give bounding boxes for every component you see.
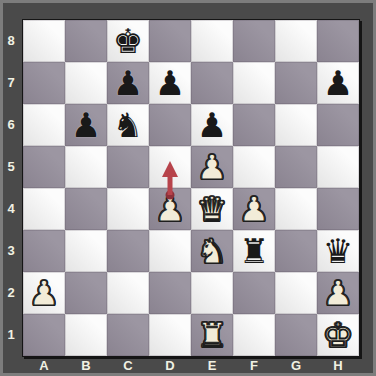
square-h7[interactable]: ♟ xyxy=(317,62,359,104)
square-f6[interactable] xyxy=(233,104,275,146)
square-c4[interactable] xyxy=(107,188,149,230)
piece-white-king[interactable]: ♚ xyxy=(323,318,353,352)
square-a7[interactable] xyxy=(23,62,65,104)
rank-label-5: 5 xyxy=(2,145,20,187)
square-e7[interactable] xyxy=(191,62,233,104)
square-d1[interactable] xyxy=(149,314,191,356)
file-label-h: H xyxy=(317,357,359,373)
rank-label-7: 7 xyxy=(2,61,20,103)
square-a6[interactable] xyxy=(23,104,65,146)
square-a8[interactable] xyxy=(23,20,65,62)
square-g6[interactable] xyxy=(275,104,317,146)
square-a4[interactable] xyxy=(23,188,65,230)
square-b8[interactable] xyxy=(65,20,107,62)
square-h1[interactable]: ♚ xyxy=(317,314,359,356)
square-f2[interactable] xyxy=(233,272,275,314)
piece-white-pawn[interactable]: ♟ xyxy=(239,192,269,226)
piece-white-queen[interactable]: ♛ xyxy=(197,192,227,226)
file-label-d: D xyxy=(149,357,191,373)
square-g4[interactable] xyxy=(275,188,317,230)
square-f5[interactable] xyxy=(233,146,275,188)
square-d6[interactable] xyxy=(149,104,191,146)
square-b2[interactable] xyxy=(65,272,107,314)
square-f3[interactable]: ♜ xyxy=(233,230,275,272)
square-a5[interactable] xyxy=(23,146,65,188)
square-h8[interactable] xyxy=(317,20,359,62)
square-f8[interactable] xyxy=(233,20,275,62)
square-a1[interactable] xyxy=(23,314,65,356)
square-c5[interactable] xyxy=(107,146,149,188)
square-a2[interactable]: ♟ xyxy=(23,272,65,314)
square-b6[interactable]: ♟ xyxy=(65,104,107,146)
square-e2[interactable] xyxy=(191,272,233,314)
square-h2[interactable]: ♟ xyxy=(317,272,359,314)
square-c8[interactable]: ♚ xyxy=(107,20,149,62)
piece-white-rook[interactable]: ♜ xyxy=(197,318,227,352)
square-d8[interactable] xyxy=(149,20,191,62)
piece-black-pawn[interactable]: ♟ xyxy=(197,108,227,142)
rank-label-8: 8 xyxy=(2,19,20,61)
square-g8[interactable] xyxy=(275,20,317,62)
piece-white-pawn[interactable]: ♟ xyxy=(29,276,59,310)
rank-label-4: 4 xyxy=(2,187,20,229)
piece-black-pawn[interactable]: ♟ xyxy=(113,66,143,100)
square-g1[interactable] xyxy=(275,314,317,356)
square-g7[interactable] xyxy=(275,62,317,104)
square-h5[interactable] xyxy=(317,146,359,188)
square-h4[interactable] xyxy=(317,188,359,230)
rank-label-2: 2 xyxy=(2,271,20,313)
piece-white-pawn[interactable]: ♟ xyxy=(323,276,353,310)
square-e5[interactable]: ♟ xyxy=(191,146,233,188)
chess-board: ♚♟♟♟♟♞♟♟♟♛♟♞♜♛♟♟♜♚ xyxy=(22,19,360,357)
square-e8[interactable] xyxy=(191,20,233,62)
file-label-f: F xyxy=(233,357,275,373)
square-d7[interactable]: ♟ xyxy=(149,62,191,104)
file-label-g: G xyxy=(275,357,317,373)
square-g3[interactable] xyxy=(275,230,317,272)
square-e3[interactable]: ♞ xyxy=(191,230,233,272)
piece-white-knight[interactable]: ♞ xyxy=(197,234,227,268)
square-e1[interactable]: ♜ xyxy=(191,314,233,356)
file-label-a: A xyxy=(23,357,65,373)
square-f1[interactable] xyxy=(233,314,275,356)
square-e4[interactable]: ♛ xyxy=(191,188,233,230)
square-f4[interactable]: ♟ xyxy=(233,188,275,230)
file-label-e: E xyxy=(191,357,233,373)
square-b1[interactable] xyxy=(65,314,107,356)
piece-black-pawn[interactable]: ♟ xyxy=(323,66,353,100)
rank-label-1: 1 xyxy=(2,313,20,355)
square-b3[interactable] xyxy=(65,230,107,272)
square-d4[interactable]: ♟ xyxy=(149,188,191,230)
square-b5[interactable] xyxy=(65,146,107,188)
piece-black-queen[interactable]: ♛ xyxy=(323,234,353,268)
piece-black-king[interactable]: ♚ xyxy=(113,24,143,58)
square-f7[interactable] xyxy=(233,62,275,104)
square-e6[interactable]: ♟ xyxy=(191,104,233,146)
square-d2[interactable] xyxy=(149,272,191,314)
square-c6[interactable]: ♞ xyxy=(107,104,149,146)
square-g2[interactable] xyxy=(275,272,317,314)
piece-white-pawn[interactable]: ♟ xyxy=(155,192,185,226)
file-label-c: C xyxy=(107,357,149,373)
square-c2[interactable] xyxy=(107,272,149,314)
piece-black-knight[interactable]: ♞ xyxy=(113,108,143,142)
piece-black-rook[interactable]: ♜ xyxy=(239,234,269,268)
board-frame: ♚♟♟♟♟♞♟♟♟♛♟♞♜♛♟♟♜♚ 87654321 ABCDEFGH xyxy=(0,0,376,376)
square-c3[interactable] xyxy=(107,230,149,272)
file-label-b: B xyxy=(65,357,107,373)
square-b7[interactable] xyxy=(65,62,107,104)
rank-label-3: 3 xyxy=(2,229,20,271)
square-b4[interactable] xyxy=(65,188,107,230)
square-c7[interactable]: ♟ xyxy=(107,62,149,104)
square-c1[interactable] xyxy=(107,314,149,356)
rank-label-6: 6 xyxy=(2,103,20,145)
piece-black-pawn[interactable]: ♟ xyxy=(71,108,101,142)
square-d5[interactable] xyxy=(149,146,191,188)
piece-black-pawn[interactable]: ♟ xyxy=(155,66,185,100)
square-a3[interactable] xyxy=(23,230,65,272)
piece-white-pawn[interactable]: ♟ xyxy=(197,150,227,184)
square-d3[interactable] xyxy=(149,230,191,272)
square-g5[interactable] xyxy=(275,146,317,188)
square-h6[interactable] xyxy=(317,104,359,146)
square-h3[interactable]: ♛ xyxy=(317,230,359,272)
